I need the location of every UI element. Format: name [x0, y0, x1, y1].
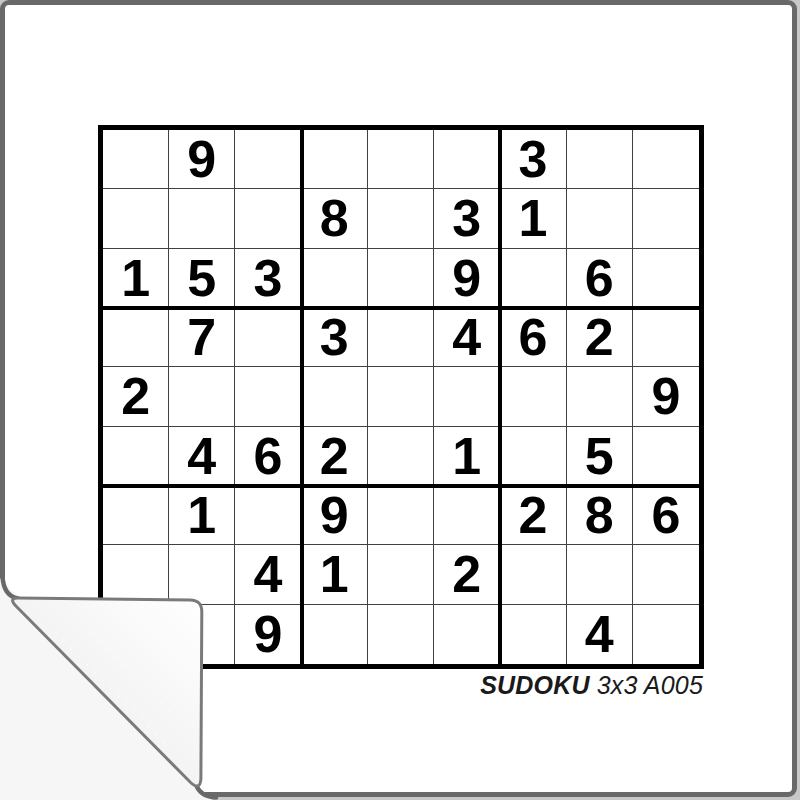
cell-r6c3: 6 — [235, 427, 301, 486]
cell-r4c8: 2 — [567, 308, 633, 367]
cell-r7c5 — [368, 486, 434, 545]
cell-r2c4: 8 — [302, 189, 368, 248]
cell-r4c6: 4 — [434, 308, 500, 367]
cell-r4c2: 7 — [169, 308, 235, 367]
cell-r4c1 — [103, 308, 169, 367]
cell-r2c6: 3 — [434, 189, 500, 248]
cell-r6c9 — [633, 427, 699, 486]
page: 93831153967346229462151928641294 SUDOKU3… — [0, 0, 800, 800]
cell-r7c6 — [434, 486, 500, 545]
cell-r7c9: 6 — [633, 486, 699, 545]
cell-r5c2 — [169, 367, 235, 426]
cell-r3c7 — [500, 249, 566, 308]
cell-r8c4: 1 — [302, 545, 368, 604]
puzzle-id-label: 3x3 A005 — [597, 671, 703, 699]
cell-r5c3 — [235, 367, 301, 426]
cell-r1c1 — [103, 130, 169, 189]
cell-r2c8 — [567, 189, 633, 248]
cell-r2c7: 1 — [500, 189, 566, 248]
cell-r4c3 — [235, 308, 301, 367]
cell-r9c6 — [434, 605, 500, 664]
cell-r6c1 — [103, 427, 169, 486]
cell-r8c6: 2 — [434, 545, 500, 604]
cell-r6c4: 2 — [302, 427, 368, 486]
cell-r7c4: 9 — [302, 486, 368, 545]
cell-r1c2: 9 — [169, 130, 235, 189]
cell-r3c9 — [633, 249, 699, 308]
cell-r3c1: 1 — [103, 249, 169, 308]
cell-r3c6: 9 — [434, 249, 500, 308]
cell-r8c7 — [500, 545, 566, 604]
puzzle-caption: SUDOKU3x3 A005 — [480, 671, 703, 700]
cell-r3c2: 5 — [169, 249, 235, 308]
cell-r2c9 — [633, 189, 699, 248]
cell-r3c8: 6 — [567, 249, 633, 308]
cell-r9c4 — [302, 605, 368, 664]
cell-r7c7: 2 — [500, 486, 566, 545]
cell-r8c9 — [633, 545, 699, 604]
cell-r2c2 — [169, 189, 235, 248]
cell-r9c8: 4 — [567, 605, 633, 664]
cell-r2c5 — [368, 189, 434, 248]
cell-r1c8 — [567, 130, 633, 189]
cell-r8c5 — [368, 545, 434, 604]
cell-r5c8 — [567, 367, 633, 426]
cell-r7c3 — [235, 486, 301, 545]
cell-r5c7 — [500, 367, 566, 426]
cell-r3c3: 3 — [235, 249, 301, 308]
cell-r6c2: 4 — [169, 427, 235, 486]
cell-r7c1 — [103, 486, 169, 545]
cell-r5c4 — [302, 367, 368, 426]
cell-r9c7 — [500, 605, 566, 664]
puzzle-title: SUDOKU — [480, 671, 590, 699]
cell-r8c8 — [567, 545, 633, 604]
cell-r6c7 — [500, 427, 566, 486]
cell-r3c4 — [302, 249, 368, 308]
cell-r4c7: 6 — [500, 308, 566, 367]
cell-r1c3 — [235, 130, 301, 189]
cell-r6c6: 1 — [434, 427, 500, 486]
cell-r1c6 — [434, 130, 500, 189]
cell-r1c9 — [633, 130, 699, 189]
cell-r5c9: 9 — [633, 367, 699, 426]
cell-r9c5 — [368, 605, 434, 664]
cell-r5c5 — [368, 367, 434, 426]
cell-r4c4: 3 — [302, 308, 368, 367]
cell-r1c4 — [302, 130, 368, 189]
cell-r3c5 — [368, 249, 434, 308]
cell-r4c9 — [633, 308, 699, 367]
cell-r2c3 — [235, 189, 301, 248]
cell-r1c5 — [368, 130, 434, 189]
cell-r9c9 — [633, 605, 699, 664]
cell-r1c7: 3 — [500, 130, 566, 189]
cell-r5c1: 2 — [103, 367, 169, 426]
cell-r5c6 — [434, 367, 500, 426]
cell-r6c5 — [368, 427, 434, 486]
page-fold — [0, 540, 260, 800]
cell-r4c5 — [368, 308, 434, 367]
cell-r2c1 — [103, 189, 169, 248]
cell-r6c8: 5 — [567, 427, 633, 486]
cell-r7c8: 8 — [567, 486, 633, 545]
cell-r7c2: 1 — [169, 486, 235, 545]
